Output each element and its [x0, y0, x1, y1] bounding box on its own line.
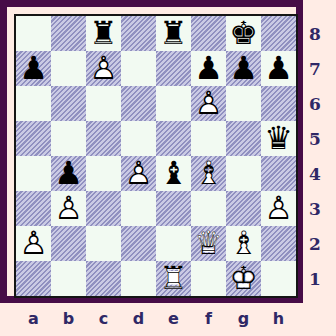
file-label-a: a: [16, 303, 51, 333]
square-d1[interactable]: [121, 261, 156, 296]
white-bishop-f4[interactable]: ♝♗: [191, 156, 226, 191]
square-f1[interactable]: [191, 261, 226, 296]
square-c5[interactable]: [86, 121, 121, 156]
square-a5[interactable]: [16, 121, 51, 156]
rank-label-7: 7: [301, 51, 329, 86]
white-piece-outline: ♙: [16, 226, 51, 261]
black-queen-h5[interactable]: ♛: [261, 121, 296, 156]
square-b3[interactable]: ♟♙: [51, 191, 86, 226]
white-piece-outline: ♔: [226, 261, 261, 296]
white-piece-outline: ♙: [261, 191, 296, 226]
white-rook-e1[interactable]: ♜♖: [156, 261, 191, 296]
square-f5[interactable]: [191, 121, 226, 156]
square-b1[interactable]: [51, 261, 86, 296]
square-h3[interactable]: ♟♙: [261, 191, 296, 226]
white-pawn-d4[interactable]: ♟♙: [121, 156, 156, 191]
square-c2[interactable]: [86, 226, 121, 261]
white-pawn-c7[interactable]: ♟♙: [86, 51, 121, 86]
black-bishop-e4[interactable]: ♝: [156, 156, 191, 191]
black-pawn-b4[interactable]: ♟: [51, 156, 86, 191]
square-g2[interactable]: ♝♗: [226, 226, 261, 261]
square-e1[interactable]: ♜♖: [156, 261, 191, 296]
square-g6[interactable]: [226, 86, 261, 121]
white-piece-outline: ♙: [121, 156, 156, 191]
square-h7[interactable]: ♟: [261, 51, 296, 86]
white-piece-outline: ♙: [191, 86, 226, 121]
square-a2[interactable]: ♟♙: [16, 226, 51, 261]
square-a4[interactable]: [16, 156, 51, 191]
white-pawn-b3[interactable]: ♟♙: [51, 191, 86, 226]
rank-label-6: 6: [301, 86, 329, 121]
black-pawn-f7[interactable]: ♟: [191, 51, 226, 86]
rank-label-3: 3: [301, 191, 329, 226]
square-e6[interactable]: [156, 86, 191, 121]
square-g4[interactable]: [226, 156, 261, 191]
square-f7[interactable]: ♟: [191, 51, 226, 86]
square-f6[interactable]: ♟♙: [191, 86, 226, 121]
square-b8[interactable]: [51, 16, 86, 51]
white-piece-outline: ♗: [191, 156, 226, 191]
square-g8[interactable]: ♚: [226, 16, 261, 51]
square-g3[interactable]: [226, 191, 261, 226]
black-rook-c8[interactable]: ♜: [86, 16, 121, 51]
file-label-g: g: [226, 303, 261, 333]
file-label-f: f: [191, 303, 226, 333]
square-b7[interactable]: [51, 51, 86, 86]
file-label-d: d: [121, 303, 156, 333]
square-c3[interactable]: [86, 191, 121, 226]
square-a7[interactable]: ♟: [16, 51, 51, 86]
square-h6[interactable]: [261, 86, 296, 121]
white-bishop-g2[interactable]: ♝♗: [226, 226, 261, 261]
square-h1[interactable]: [261, 261, 296, 296]
square-c6[interactable]: [86, 86, 121, 121]
square-e4[interactable]: ♝: [156, 156, 191, 191]
square-g5[interactable]: [226, 121, 261, 156]
square-f2[interactable]: ♛♕: [191, 226, 226, 261]
square-c4[interactable]: [86, 156, 121, 191]
rank-label-8: 8: [301, 16, 329, 51]
file-label-e: e: [156, 303, 191, 333]
square-d4[interactable]: ♟♙: [121, 156, 156, 191]
white-pawn-f6[interactable]: ♟♙: [191, 86, 226, 121]
white-piece-outline: ♙: [86, 51, 121, 86]
square-c1[interactable]: [86, 261, 121, 296]
white-piece-outline: ♖: [156, 261, 191, 296]
square-f3[interactable]: [191, 191, 226, 226]
square-b6[interactable]: [51, 86, 86, 121]
black-rook-e8[interactable]: ♜: [156, 16, 191, 51]
white-king-g1[interactable]: ♚♔: [226, 261, 261, 296]
square-e3[interactable]: [156, 191, 191, 226]
square-e5[interactable]: [156, 121, 191, 156]
square-d6[interactable]: [121, 86, 156, 121]
rank-label-1: 1: [301, 261, 329, 296]
square-e7[interactable]: [156, 51, 191, 86]
rank-label-4: 4: [301, 156, 329, 191]
square-c8[interactable]: ♜: [86, 16, 121, 51]
white-piece-outline: ♕: [191, 226, 226, 261]
black-pawn-g7[interactable]: ♟: [226, 51, 261, 86]
white-queen-f2[interactable]: ♛♕: [191, 226, 226, 261]
square-h4[interactable]: [261, 156, 296, 191]
rank-label-5: 5: [301, 121, 329, 156]
square-b4[interactable]: ♟: [51, 156, 86, 191]
square-h8[interactable]: [261, 16, 296, 51]
white-piece-outline: ♗: [226, 226, 261, 261]
square-a3[interactable]: [16, 191, 51, 226]
square-d3[interactable]: [121, 191, 156, 226]
file-label-b: b: [51, 303, 86, 333]
file-label-c: c: [86, 303, 121, 333]
square-e8[interactable]: ♜: [156, 16, 191, 51]
square-g1[interactable]: ♚♔: [226, 261, 261, 296]
chess-board: ♜♜♚♟♟♙♟♟♟♟♙♛♟♟♙♝♝♗♟♙♟♙♟♙♛♕♝♗♜♖♚♔: [14, 14, 298, 298]
square-c7[interactable]: ♟♙: [86, 51, 121, 86]
black-pawn-a7[interactable]: ♟: [16, 51, 51, 86]
square-g7[interactable]: ♟: [226, 51, 261, 86]
square-a8[interactable]: [16, 16, 51, 51]
square-b2[interactable]: [51, 226, 86, 261]
square-d8[interactable]: [121, 16, 156, 51]
rank-label-2: 2: [301, 226, 329, 261]
square-a6[interactable]: [16, 86, 51, 121]
white-piece-outline: ♙: [51, 191, 86, 226]
square-e2[interactable]: [156, 226, 191, 261]
square-f4[interactable]: ♝♗: [191, 156, 226, 191]
black-king-g8[interactable]: ♚: [226, 16, 261, 51]
square-a1[interactable]: [16, 261, 51, 296]
square-d7[interactable]: [121, 51, 156, 86]
square-d5[interactable]: [121, 121, 156, 156]
square-d2[interactable]: [121, 226, 156, 261]
square-f8[interactable]: [191, 16, 226, 51]
square-h2[interactable]: [261, 226, 296, 261]
square-b5[interactable]: [51, 121, 86, 156]
white-pawn-h3[interactable]: ♟♙: [261, 191, 296, 226]
black-pawn-h7[interactable]: ♟: [261, 51, 296, 86]
file-label-h: h: [261, 303, 296, 333]
white-pawn-a2[interactable]: ♟♙: [16, 226, 51, 261]
square-h5[interactable]: ♛: [261, 121, 296, 156]
